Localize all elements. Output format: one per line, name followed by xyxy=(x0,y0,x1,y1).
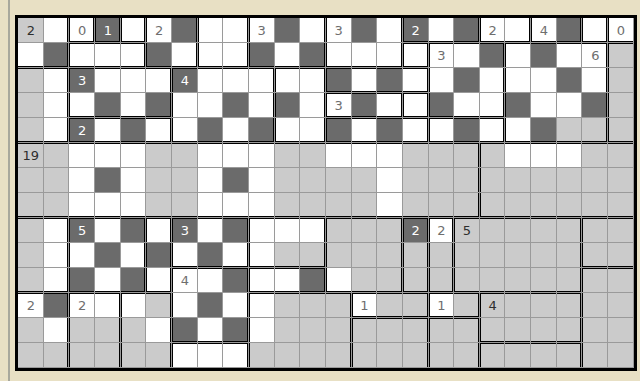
cell-r11c9[interactable] xyxy=(249,293,275,318)
cell-r0c12[interactable]: 3 xyxy=(326,18,352,43)
cell-r8c19[interactable] xyxy=(505,218,531,243)
cell-r13c6[interactable] xyxy=(172,343,198,368)
cell-r5c11[interactable] xyxy=(300,143,326,168)
cell-r13c0[interactable] xyxy=(18,343,44,368)
cell-r1c6[interactable] xyxy=(172,43,198,68)
cell-r3c9[interactable] xyxy=(249,93,275,118)
cell-r8c3[interactable] xyxy=(95,218,121,243)
cell-r12c18[interactable] xyxy=(480,318,506,343)
cell-r6c20[interactable] xyxy=(531,168,557,193)
cell-r5c12[interactable] xyxy=(326,143,352,168)
cell-r1c4[interactable] xyxy=(121,43,147,68)
cell-r0c7[interactable] xyxy=(198,18,224,43)
cell-r4c11[interactable] xyxy=(300,118,326,143)
cell-r1c21[interactable] xyxy=(557,43,583,68)
cell-r7c1[interactable] xyxy=(44,193,70,218)
cell-r5c19[interactable] xyxy=(505,143,531,168)
cell-r8c4[interactable] xyxy=(121,218,147,243)
cell-r5c7[interactable] xyxy=(198,143,224,168)
cell-r8c17[interactable]: 5 xyxy=(454,218,480,243)
cell-r12c4[interactable] xyxy=(121,318,147,343)
cell-r10c23[interactable] xyxy=(608,268,634,293)
cell-r13c1[interactable] xyxy=(44,343,70,368)
cell-r7c7[interactable] xyxy=(198,193,224,218)
cell-r0c3[interactable]: 1 xyxy=(95,18,121,43)
cell-r3c19[interactable] xyxy=(505,93,531,118)
cell-r4c14[interactable] xyxy=(377,118,403,143)
cell-r11c12[interactable] xyxy=(326,293,352,318)
cell-r0c20[interactable]: 4 xyxy=(531,18,557,43)
cell-r6c23[interactable] xyxy=(608,168,634,193)
cell-r13c15[interactable] xyxy=(403,343,429,368)
cell-r12c2[interactable] xyxy=(69,318,95,343)
cell-r0c8[interactable] xyxy=(223,18,249,43)
cell-r8c22[interactable] xyxy=(582,218,608,243)
cell-r2c0[interactable] xyxy=(18,68,44,93)
cell-r10c6[interactable]: 4 xyxy=(172,268,198,293)
cell-r6c6[interactable] xyxy=(172,168,198,193)
cell-r3c4[interactable] xyxy=(121,93,147,118)
cell-r9c21[interactable] xyxy=(557,243,583,268)
cell-r5c15[interactable] xyxy=(403,143,429,168)
cell-r6c21[interactable] xyxy=(557,168,583,193)
cell-r0c17[interactable] xyxy=(454,18,480,43)
cell-r13c21[interactable] xyxy=(557,343,583,368)
cell-r3c18[interactable] xyxy=(480,93,506,118)
cell-r1c11[interactable] xyxy=(300,43,326,68)
cell-r10c0[interactable] xyxy=(18,268,44,293)
cell-r11c22[interactable] xyxy=(582,293,608,318)
cell-r10c12[interactable] xyxy=(326,268,352,293)
cell-r0c9[interactable]: 3 xyxy=(249,18,275,43)
cell-r3c13[interactable] xyxy=(352,93,378,118)
cell-r11c20[interactable] xyxy=(531,293,557,318)
cell-r6c4[interactable] xyxy=(121,168,147,193)
cell-r0c21[interactable] xyxy=(557,18,583,43)
cell-r11c16[interactable]: 1 xyxy=(429,293,455,318)
cell-r7c21[interactable] xyxy=(557,193,583,218)
cell-r11c5[interactable] xyxy=(146,293,172,318)
cell-r7c8[interactable] xyxy=(223,193,249,218)
cell-r2c23[interactable] xyxy=(608,68,634,93)
cell-r1c14[interactable] xyxy=(377,43,403,68)
cell-r9c2[interactable] xyxy=(69,243,95,268)
cell-r1c7[interactable] xyxy=(198,43,224,68)
cell-r4c15[interactable] xyxy=(403,118,429,143)
cell-r12c15[interactable] xyxy=(403,318,429,343)
cell-r4c6[interactable] xyxy=(172,118,198,143)
cell-r8c7[interactable] xyxy=(198,218,224,243)
cell-r2c15[interactable] xyxy=(403,68,429,93)
cell-r2c9[interactable] xyxy=(249,68,275,93)
cell-r7c19[interactable] xyxy=(505,193,531,218)
cell-r10c1[interactable] xyxy=(44,268,70,293)
cell-r9c1[interactable] xyxy=(44,243,70,268)
cell-r1c12[interactable] xyxy=(326,43,352,68)
cell-r7c22[interactable] xyxy=(582,193,608,218)
cell-r7c11[interactable] xyxy=(300,193,326,218)
cell-r6c8[interactable] xyxy=(223,168,249,193)
cell-r1c13[interactable] xyxy=(352,43,378,68)
cell-r12c12[interactable] xyxy=(326,318,352,343)
cell-r12c6[interactable] xyxy=(172,318,198,343)
cell-r1c2[interactable] xyxy=(69,43,95,68)
cell-r7c3[interactable] xyxy=(95,193,121,218)
cell-r13c20[interactable] xyxy=(531,343,557,368)
cell-r13c13[interactable] xyxy=(352,343,378,368)
cell-r11c2[interactable]: 2 xyxy=(69,293,95,318)
cell-r13c17[interactable] xyxy=(454,343,480,368)
cell-r8c14[interactable] xyxy=(377,218,403,243)
cell-r5c14[interactable] xyxy=(377,143,403,168)
cell-r13c14[interactable] xyxy=(377,343,403,368)
cell-r10c9[interactable] xyxy=(249,268,275,293)
cell-r1c17[interactable] xyxy=(454,43,480,68)
cell-r3c6[interactable] xyxy=(172,93,198,118)
cell-r4c19[interactable] xyxy=(505,118,531,143)
cell-r11c10[interactable] xyxy=(275,293,301,318)
cell-r12c17[interactable] xyxy=(454,318,480,343)
cell-r4c5[interactable] xyxy=(146,118,172,143)
cell-r4c4[interactable] xyxy=(121,118,147,143)
cell-r5c17[interactable] xyxy=(454,143,480,168)
cell-r9c16[interactable] xyxy=(429,243,455,268)
cell-r5c0[interactable]: 19 xyxy=(18,143,44,168)
cell-r0c6[interactable] xyxy=(172,18,198,43)
cell-r13c9[interactable] xyxy=(249,343,275,368)
cell-r7c12[interactable] xyxy=(326,193,352,218)
cell-r1c22[interactable]: 6 xyxy=(582,43,608,68)
cell-r8c18[interactable] xyxy=(480,218,506,243)
cell-r10c4[interactable] xyxy=(121,268,147,293)
cell-r9c10[interactable] xyxy=(275,243,301,268)
cell-r9c20[interactable] xyxy=(531,243,557,268)
cell-r5c10[interactable] xyxy=(275,143,301,168)
cell-r2c5[interactable] xyxy=(146,68,172,93)
cell-r12c10[interactable] xyxy=(275,318,301,343)
cell-r13c4[interactable] xyxy=(121,343,147,368)
cell-r1c10[interactable] xyxy=(275,43,301,68)
cell-r5c16[interactable] xyxy=(429,143,455,168)
cell-r6c22[interactable] xyxy=(582,168,608,193)
cell-r11c11[interactable] xyxy=(300,293,326,318)
cell-r8c23[interactable] xyxy=(608,218,634,243)
cell-r10c5[interactable] xyxy=(146,268,172,293)
cell-r1c20[interactable] xyxy=(531,43,557,68)
cell-r9c12[interactable] xyxy=(326,243,352,268)
cell-r11c19[interactable] xyxy=(505,293,531,318)
cell-r2c8[interactable] xyxy=(223,68,249,93)
cell-r12c0[interactable] xyxy=(18,318,44,343)
cell-r11c7[interactable] xyxy=(198,293,224,318)
cell-r1c0[interactable] xyxy=(18,43,44,68)
cell-r6c3[interactable] xyxy=(95,168,121,193)
cell-r4c21[interactable] xyxy=(557,118,583,143)
cell-r4c23[interactable] xyxy=(608,118,634,143)
cell-r12c3[interactable] xyxy=(95,318,121,343)
cell-r11c8[interactable] xyxy=(223,293,249,318)
cell-r9c19[interactable] xyxy=(505,243,531,268)
cell-r12c19[interactable] xyxy=(505,318,531,343)
cell-r3c17[interactable] xyxy=(454,93,480,118)
cell-r11c18[interactable]: 4 xyxy=(480,293,506,318)
cell-r6c16[interactable] xyxy=(429,168,455,193)
cell-r5c5[interactable] xyxy=(146,143,172,168)
cell-r1c19[interactable] xyxy=(505,43,531,68)
cell-r6c5[interactable] xyxy=(146,168,172,193)
cell-r13c8[interactable] xyxy=(223,343,249,368)
cell-r0c1[interactable] xyxy=(44,18,70,43)
cell-r12c13[interactable] xyxy=(352,318,378,343)
cell-r1c23[interactable] xyxy=(608,43,634,68)
cell-r10c11[interactable] xyxy=(300,268,326,293)
cell-r3c11[interactable] xyxy=(300,93,326,118)
cell-r4c9[interactable] xyxy=(249,118,275,143)
cell-r10c7[interactable] xyxy=(198,268,224,293)
cell-r4c0[interactable] xyxy=(18,118,44,143)
cell-r0c14[interactable] xyxy=(377,18,403,43)
cell-r4c2[interactable]: 2 xyxy=(69,118,95,143)
cell-r6c17[interactable] xyxy=(454,168,480,193)
cell-r5c8[interactable] xyxy=(223,143,249,168)
cell-r9c11[interactable] xyxy=(300,243,326,268)
cell-r1c5[interactable] xyxy=(146,43,172,68)
cell-r11c6[interactable] xyxy=(172,293,198,318)
cell-r9c7[interactable] xyxy=(198,243,224,268)
cell-r2c3[interactable] xyxy=(95,68,121,93)
cell-r4c1[interactable] xyxy=(44,118,70,143)
cell-r7c16[interactable] xyxy=(429,193,455,218)
cell-r2c16[interactable] xyxy=(429,68,455,93)
cell-r10c14[interactable] xyxy=(377,268,403,293)
cell-r11c0[interactable]: 2 xyxy=(18,293,44,318)
cell-r10c19[interactable] xyxy=(505,268,531,293)
cell-r0c0[interactable]: 2 xyxy=(18,18,44,43)
cell-r8c6[interactable]: 3 xyxy=(172,218,198,243)
cell-r10c17[interactable] xyxy=(454,268,480,293)
cell-r11c15[interactable] xyxy=(403,293,429,318)
cell-r8c15[interactable]: 2 xyxy=(403,218,429,243)
cell-r6c13[interactable] xyxy=(352,168,378,193)
cell-r4c8[interactable] xyxy=(223,118,249,143)
cell-r13c11[interactable] xyxy=(300,343,326,368)
cell-r1c18[interactable] xyxy=(480,43,506,68)
cell-r9c13[interactable] xyxy=(352,243,378,268)
cell-r9c4[interactable] xyxy=(121,243,147,268)
cell-r3c3[interactable] xyxy=(95,93,121,118)
cell-r0c4[interactable] xyxy=(121,18,147,43)
cell-r5c23[interactable] xyxy=(608,143,634,168)
cell-r10c18[interactable] xyxy=(480,268,506,293)
cell-r13c7[interactable] xyxy=(198,343,224,368)
cell-r8c13[interactable] xyxy=(352,218,378,243)
cell-r10c15[interactable] xyxy=(403,268,429,293)
cell-r9c3[interactable] xyxy=(95,243,121,268)
cell-r4c18[interactable] xyxy=(480,118,506,143)
cell-r3c5[interactable] xyxy=(146,93,172,118)
cell-r2c20[interactable] xyxy=(531,68,557,93)
cell-r6c14[interactable] xyxy=(377,168,403,193)
cell-r9c18[interactable] xyxy=(480,243,506,268)
cell-r13c22[interactable] xyxy=(582,343,608,368)
cell-r5c18[interactable] xyxy=(480,143,506,168)
cell-r7c0[interactable] xyxy=(18,193,44,218)
cell-r10c10[interactable] xyxy=(275,268,301,293)
cell-r12c11[interactable] xyxy=(300,318,326,343)
cell-r2c4[interactable] xyxy=(121,68,147,93)
cell-r4c13[interactable] xyxy=(352,118,378,143)
cell-r5c21[interactable] xyxy=(557,143,583,168)
cell-r5c9[interactable] xyxy=(249,143,275,168)
cell-r12c20[interactable] xyxy=(531,318,557,343)
heyawake-board[interactable]: 20123322403634321953225422114 xyxy=(18,18,634,368)
cell-r2c2[interactable]: 3 xyxy=(69,68,95,93)
cell-r6c7[interactable] xyxy=(198,168,224,193)
cell-r9c9[interactable] xyxy=(249,243,275,268)
cell-r13c16[interactable] xyxy=(429,343,455,368)
cell-r13c5[interactable] xyxy=(146,343,172,368)
cell-r8c10[interactable] xyxy=(275,218,301,243)
cell-r5c1[interactable] xyxy=(44,143,70,168)
cell-r3c23[interactable] xyxy=(608,93,634,118)
cell-r6c15[interactable] xyxy=(403,168,429,193)
cell-r1c9[interactable] xyxy=(249,43,275,68)
cell-r3c1[interactable] xyxy=(44,93,70,118)
cell-r0c5[interactable]: 2 xyxy=(146,18,172,43)
cell-r2c11[interactable] xyxy=(300,68,326,93)
cell-r2c1[interactable] xyxy=(44,68,70,93)
cell-r13c18[interactable] xyxy=(480,343,506,368)
cell-r0c15[interactable]: 2 xyxy=(403,18,429,43)
cell-r2c21[interactable] xyxy=(557,68,583,93)
cell-r8c21[interactable] xyxy=(557,218,583,243)
cell-r2c19[interactable] xyxy=(505,68,531,93)
cell-r7c23[interactable] xyxy=(608,193,634,218)
cell-r9c5[interactable] xyxy=(146,243,172,268)
cell-r3c10[interactable] xyxy=(275,93,301,118)
cell-r5c13[interactable] xyxy=(352,143,378,168)
cell-r0c13[interactable] xyxy=(352,18,378,43)
cell-r11c3[interactable] xyxy=(95,293,121,318)
cell-r7c18[interactable] xyxy=(480,193,506,218)
cell-r4c16[interactable] xyxy=(429,118,455,143)
cell-r12c23[interactable] xyxy=(608,318,634,343)
cell-r12c1[interactable] xyxy=(44,318,70,343)
cell-r9c6[interactable] xyxy=(172,243,198,268)
cell-r8c1[interactable] xyxy=(44,218,70,243)
cell-r2c22[interactable] xyxy=(582,68,608,93)
cell-r12c9[interactable] xyxy=(249,318,275,343)
cell-r0c19[interactable] xyxy=(505,18,531,43)
cell-r0c2[interactable]: 0 xyxy=(69,18,95,43)
cell-r9c15[interactable] xyxy=(403,243,429,268)
cell-r2c10[interactable] xyxy=(275,68,301,93)
cell-r4c7[interactable] xyxy=(198,118,224,143)
cell-r1c15[interactable] xyxy=(403,43,429,68)
cell-r8c5[interactable] xyxy=(146,218,172,243)
cell-r12c21[interactable] xyxy=(557,318,583,343)
cell-r9c0[interactable] xyxy=(18,243,44,268)
cell-r5c3[interactable] xyxy=(95,143,121,168)
cell-r8c16[interactable]: 2 xyxy=(429,218,455,243)
cell-r3c22[interactable] xyxy=(582,93,608,118)
cell-r10c22[interactable] xyxy=(582,268,608,293)
cell-r1c8[interactable] xyxy=(223,43,249,68)
cell-r7c5[interactable] xyxy=(146,193,172,218)
cell-r3c7[interactable] xyxy=(198,93,224,118)
cell-r13c2[interactable] xyxy=(69,343,95,368)
cell-r13c23[interactable] xyxy=(608,343,634,368)
cell-r9c14[interactable] xyxy=(377,243,403,268)
cell-r2c6[interactable]: 4 xyxy=(172,68,198,93)
cell-r5c20[interactable] xyxy=(531,143,557,168)
cell-r3c12[interactable]: 3 xyxy=(326,93,352,118)
cell-r1c1[interactable] xyxy=(44,43,70,68)
cell-r11c4[interactable] xyxy=(121,293,147,318)
cell-r6c11[interactable] xyxy=(300,168,326,193)
cell-r3c14[interactable] xyxy=(377,93,403,118)
cell-r2c18[interactable] xyxy=(480,68,506,93)
cell-r5c2[interactable] xyxy=(69,143,95,168)
cell-r7c13[interactable] xyxy=(352,193,378,218)
cell-r12c5[interactable] xyxy=(146,318,172,343)
cell-r8c8[interactable] xyxy=(223,218,249,243)
cell-r3c16[interactable] xyxy=(429,93,455,118)
cell-r7c6[interactable] xyxy=(172,193,198,218)
cell-r4c20[interactable] xyxy=(531,118,557,143)
cell-r13c10[interactable] xyxy=(275,343,301,368)
cell-r11c23[interactable] xyxy=(608,293,634,318)
cell-r12c14[interactable] xyxy=(377,318,403,343)
cell-r11c14[interactable] xyxy=(377,293,403,318)
cell-r11c21[interactable] xyxy=(557,293,583,318)
cell-r13c19[interactable] xyxy=(505,343,531,368)
cell-r3c20[interactable] xyxy=(531,93,557,118)
cell-r1c3[interactable] xyxy=(95,43,121,68)
cell-r0c11[interactable] xyxy=(300,18,326,43)
cell-r13c3[interactable] xyxy=(95,343,121,368)
cell-r4c3[interactable] xyxy=(95,118,121,143)
cell-r7c10[interactable] xyxy=(275,193,301,218)
cell-r10c13[interactable] xyxy=(352,268,378,293)
cell-r6c12[interactable] xyxy=(326,168,352,193)
cell-r7c14[interactable] xyxy=(377,193,403,218)
cell-r11c1[interactable] xyxy=(44,293,70,318)
cell-r4c17[interactable] xyxy=(454,118,480,143)
cell-r7c4[interactable] xyxy=(121,193,147,218)
cell-r11c13[interactable]: 1 xyxy=(352,293,378,318)
cell-r3c8[interactable] xyxy=(223,93,249,118)
cell-r8c12[interactable] xyxy=(326,218,352,243)
cell-r9c22[interactable] xyxy=(582,243,608,268)
cell-r6c10[interactable] xyxy=(275,168,301,193)
cell-r2c7[interactable] xyxy=(198,68,224,93)
cell-r0c16[interactable] xyxy=(429,18,455,43)
cell-r6c9[interactable] xyxy=(249,168,275,193)
cell-r4c12[interactable] xyxy=(326,118,352,143)
cell-r6c0[interactable] xyxy=(18,168,44,193)
cell-r10c3[interactable] xyxy=(95,268,121,293)
cell-r10c21[interactable] xyxy=(557,268,583,293)
cell-r5c22[interactable] xyxy=(582,143,608,168)
cell-r8c20[interactable] xyxy=(531,218,557,243)
cell-r6c2[interactable] xyxy=(69,168,95,193)
cell-r12c8[interactable] xyxy=(223,318,249,343)
cell-r10c20[interactable] xyxy=(531,268,557,293)
cell-r13c12[interactable] xyxy=(326,343,352,368)
cell-r7c20[interactable] xyxy=(531,193,557,218)
cell-r3c15[interactable] xyxy=(403,93,429,118)
